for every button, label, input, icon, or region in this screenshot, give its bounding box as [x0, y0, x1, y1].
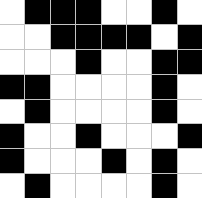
puzzle-board — [0, 0, 202, 198]
grid-cell-r1c5[interactable] — [127, 25, 151, 49]
grid-cell-r6c1[interactable] — [25, 149, 49, 173]
grid-cell-r0c5[interactable] — [127, 0, 151, 24]
grid-cell-r0c1[interactable] — [25, 0, 49, 24]
grid-cell-r7c2[interactable] — [51, 174, 75, 198]
grid-cell-r7c6[interactable] — [152, 174, 176, 198]
grid-cell-r6c4[interactable] — [102, 149, 126, 173]
grid-cell-r2c6[interactable] — [152, 50, 176, 74]
grid-cell-r5c0[interactable] — [0, 124, 24, 148]
grid-cell-r4c7[interactable] — [178, 100, 202, 124]
grid-cell-r7c3[interactable] — [76, 174, 100, 198]
grid-cell-r2c0[interactable] — [0, 50, 24, 74]
grid-cell-r5c6[interactable] — [152, 124, 176, 148]
grid-cell-r1c2[interactable] — [51, 25, 75, 49]
grid-cell-r5c5[interactable] — [127, 124, 151, 148]
grid-cell-r3c2[interactable] — [51, 75, 75, 99]
grid-cell-r1c7[interactable] — [178, 25, 202, 49]
grid-cell-r6c5[interactable] — [127, 149, 151, 173]
grid-cell-r5c1[interactable] — [25, 124, 49, 148]
grid-cell-r4c0[interactable] — [0, 100, 24, 124]
grid-cell-r6c3[interactable] — [76, 149, 100, 173]
grid-cell-r7c7[interactable] — [178, 174, 202, 198]
grid-cell-r0c2[interactable] — [51, 0, 75, 24]
grid-cell-r0c6[interactable] — [152, 0, 176, 24]
grid-cell-r4c1[interactable] — [25, 100, 49, 124]
grid-cell-r2c7[interactable] — [178, 50, 202, 74]
grid-cell-r1c6[interactable] — [152, 25, 176, 49]
grid-cell-r4c5[interactable] — [127, 100, 151, 124]
grid-cell-r5c4[interactable] — [102, 124, 126, 148]
grid-cell-r3c6[interactable] — [152, 75, 176, 99]
grid-cell-r7c0[interactable] — [0, 174, 24, 198]
grid-cell-r0c3[interactable] — [76, 0, 100, 24]
grid-cell-r3c7[interactable] — [178, 75, 202, 99]
grid-cell-r4c4[interactable] — [102, 100, 126, 124]
grid-cell-r0c4[interactable] — [102, 0, 126, 24]
grid-cell-r3c0[interactable] — [0, 75, 24, 99]
grid-cell-r6c2[interactable] — [51, 149, 75, 173]
grid-cell-r1c3[interactable] — [76, 25, 100, 49]
grid-cell-r1c4[interactable] — [102, 25, 126, 49]
grid-cell-r7c1[interactable] — [25, 174, 49, 198]
grid-cell-r5c7[interactable] — [178, 124, 202, 148]
grid-cell-r0c0[interactable] — [0, 0, 24, 24]
puzzle-grid — [0, 0, 202, 198]
grid-cell-r0c7[interactable] — [178, 0, 202, 24]
grid-cell-r1c1[interactable] — [25, 25, 49, 49]
grid-cell-r2c5[interactable] — [127, 50, 151, 74]
grid-cell-r4c3[interactable] — [76, 100, 100, 124]
grid-cell-r1c0[interactable] — [0, 25, 24, 49]
grid-cell-r4c6[interactable] — [152, 100, 176, 124]
grid-cell-r7c4[interactable] — [102, 174, 126, 198]
grid-cell-r3c1[interactable] — [25, 75, 49, 99]
grid-cell-r2c3[interactable] — [76, 50, 100, 74]
grid-cell-r3c5[interactable] — [127, 75, 151, 99]
grid-cell-r6c6[interactable] — [152, 149, 176, 173]
grid-cell-r6c0[interactable] — [0, 149, 24, 173]
grid-cell-r4c2[interactable] — [51, 100, 75, 124]
grid-cell-r5c3[interactable] — [76, 124, 100, 148]
grid-cell-r5c2[interactable] — [51, 124, 75, 148]
grid-cell-r6c7[interactable] — [178, 149, 202, 173]
grid-cell-r3c3[interactable] — [76, 75, 100, 99]
grid-cell-r2c4[interactable] — [102, 50, 126, 74]
grid-cell-r2c2[interactable] — [51, 50, 75, 74]
grid-cell-r3c4[interactable] — [102, 75, 126, 99]
grid-cell-r2c1[interactable] — [25, 50, 49, 74]
grid-cell-r7c5[interactable] — [127, 174, 151, 198]
